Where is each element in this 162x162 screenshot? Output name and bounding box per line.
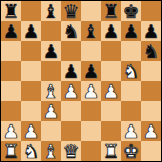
square-h3[interactable] [141,101,161,121]
square-b4[interactable] [21,81,41,101]
square-f6[interactable] [101,41,121,61]
square-e7[interactable]: ♝ [81,21,101,41]
piece-white-rook: ♜ [2,141,19,161]
piece-white-pawn: ♟ [42,101,59,121]
piece-white-knight: ♞ [122,61,139,81]
square-g4[interactable] [121,81,141,101]
piece-white-pawn: ♟ [2,121,19,141]
square-f3[interactable] [101,101,121,121]
piece-black-king: ♚ [122,1,139,21]
square-a7[interactable]: ♟ [1,21,21,41]
square-e5[interactable]: ♟ [81,61,101,81]
square-g5[interactable]: ♞ [121,61,141,81]
piece-white-pawn: ♟ [22,121,39,141]
square-e4[interactable]: ♟ [81,81,101,101]
piece-black-rook: ♜ [2,1,19,21]
square-e6[interactable] [81,41,101,61]
square-d7[interactable]: ♞ [61,21,81,41]
square-e2[interactable] [81,121,101,141]
square-a6[interactable] [1,41,21,61]
piece-black-pawn: ♟ [82,61,99,81]
square-c2[interactable] [41,121,61,141]
square-e3[interactable] [81,101,101,121]
piece-white-pawn: ♟ [122,121,139,141]
piece-black-pawn: ♟ [142,21,159,41]
piece-black-bishop: ♝ [42,1,59,21]
square-g3[interactable] [121,101,141,121]
square-a8[interactable]: ♜ [1,1,21,21]
piece-black-knight: ♞ [142,41,159,61]
piece-white-rook: ♜ [102,141,119,161]
square-a4[interactable] [1,81,21,101]
square-d2[interactable] [61,121,81,141]
square-d4[interactable]: ♟ [61,81,81,101]
square-a3[interactable] [1,101,21,121]
square-h1[interactable] [141,141,161,161]
square-b1[interactable]: ♞ [21,141,41,161]
piece-black-pawn: ♟ [62,61,79,81]
square-g6[interactable] [121,41,141,61]
square-d8[interactable]: ♛ [61,1,81,21]
piece-black-pawn: ♟ [2,21,19,41]
piece-black-pawn: ♟ [122,21,139,41]
square-h7[interactable]: ♟ [141,21,161,41]
piece-white-queen: ♛ [62,141,79,161]
piece-black-pawn: ♟ [102,21,119,41]
square-d6[interactable] [61,41,81,61]
square-a5[interactable] [1,61,21,81]
square-b6[interactable] [21,41,41,61]
square-d3[interactable] [61,101,81,121]
square-f7[interactable]: ♟ [101,21,121,41]
square-f8[interactable]: ♜ [101,1,121,21]
chess-board-frame: ♜♝♛♜♚♟♟♞♝♟♟♟♟♞♟♟♞♝♟♟♟♟♟♟♟♟♜♞♝♛♜♚ [0,0,162,162]
square-g7[interactable]: ♟ [121,21,141,41]
square-a1[interactable]: ♜ [1,141,21,161]
square-b5[interactable] [21,61,41,81]
piece-white-pawn: ♟ [62,81,79,101]
square-g1[interactable]: ♚ [121,141,141,161]
piece-white-pawn: ♟ [142,121,159,141]
square-d1[interactable]: ♛ [61,141,81,161]
piece-white-knight: ♞ [22,141,39,161]
square-c1[interactable]: ♝ [41,141,61,161]
square-h2[interactable]: ♟ [141,121,161,141]
square-f2[interactable] [101,121,121,141]
square-b2[interactable]: ♟ [21,121,41,141]
square-h6[interactable]: ♞ [141,41,161,61]
square-c5[interactable] [41,61,61,81]
square-b8[interactable] [21,1,41,21]
square-h5[interactable] [141,61,161,81]
piece-black-queen: ♛ [62,1,79,21]
square-c7[interactable] [41,21,61,41]
piece-white-bishop: ♝ [42,81,59,101]
piece-black-pawn: ♟ [42,41,59,61]
square-g8[interactable]: ♚ [121,1,141,21]
square-c6[interactable]: ♟ [41,41,61,61]
square-c3[interactable]: ♟ [41,101,61,121]
square-b7[interactable]: ♟ [21,21,41,41]
square-a2[interactable]: ♟ [1,121,21,141]
piece-black-knight: ♞ [62,21,79,41]
square-c4[interactable]: ♝ [41,81,61,101]
piece-white-pawn: ♟ [82,81,99,101]
square-b3[interactable] [21,101,41,121]
square-e8[interactable] [81,1,101,21]
piece-white-bishop: ♝ [42,141,59,161]
square-f5[interactable] [101,61,121,81]
piece-black-pawn: ♟ [22,21,39,41]
piece-white-king: ♚ [122,141,139,161]
piece-black-bishop: ♝ [82,21,99,41]
piece-white-pawn: ♟ [102,81,119,101]
square-c8[interactable]: ♝ [41,1,61,21]
chess-board: ♜♝♛♜♚♟♟♞♝♟♟♟♟♞♟♟♞♝♟♟♟♟♟♟♟♟♜♞♝♛♜♚ [1,1,161,161]
square-d5[interactable]: ♟ [61,61,81,81]
square-h4[interactable] [141,81,161,101]
square-g2[interactable]: ♟ [121,121,141,141]
square-e1[interactable] [81,141,101,161]
square-f1[interactable]: ♜ [101,141,121,161]
piece-black-rook: ♜ [102,1,119,21]
square-f4[interactable]: ♟ [101,81,121,101]
square-h8[interactable] [141,1,161,21]
